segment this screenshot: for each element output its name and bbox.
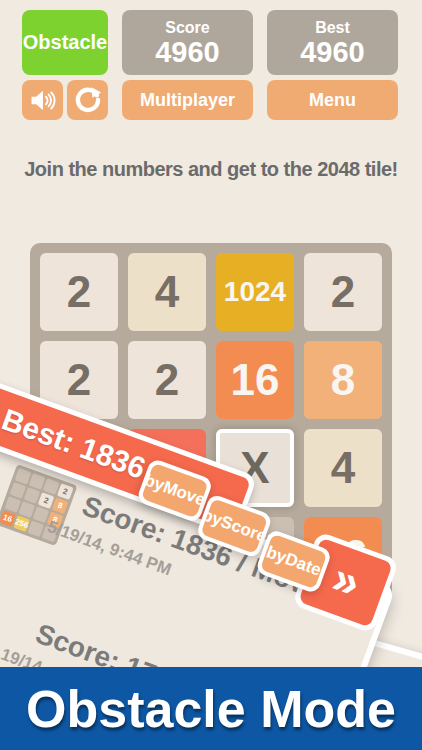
tile-4: 4 [128, 253, 206, 331]
restart-button[interactable] [67, 80, 108, 120]
tile-8: 8 [304, 341, 382, 419]
tile-4: 4 [304, 429, 382, 507]
best-box: Best 4960 [267, 10, 398, 75]
tile-1024: 1024 [216, 253, 294, 331]
board-cell-r0c3: 2 [304, 253, 382, 331]
tagline: Join the numbers and get to the 2048 til… [0, 158, 422, 181]
menu-button[interactable]: Menu [267, 80, 398, 120]
multiplayer-button[interactable]: Multiplayer [122, 80, 253, 120]
score-label: Score [165, 19, 209, 37]
caption-banner: Obstacle Mode [0, 667, 422, 750]
board-cell-r0c0: 2 [40, 253, 118, 331]
tile-16: 16 [216, 341, 294, 419]
refresh-icon [74, 86, 102, 114]
sound-button[interactable] [22, 80, 63, 120]
best-value: 4960 [300, 37, 365, 67]
board-cell-r1c3: 8 [304, 341, 382, 419]
app-screen: Obstacle Score 4960 Best 4960 Multiplaye… [0, 0, 422, 750]
tile-2: 2 [40, 253, 118, 331]
score-box: Score 4960 [122, 10, 253, 75]
board-cell-r2c3: 4 [304, 429, 382, 507]
board-cell-r1c2: 16 [216, 341, 294, 419]
obstacle-mode-button[interactable]: Obstacle [22, 10, 108, 75]
board-cell-r1c1: 2 [128, 341, 206, 419]
board-cell-r0c1: 4 [128, 253, 206, 331]
speaker-icon [29, 87, 56, 114]
caption-title: Obstacle Mode [26, 679, 396, 739]
score-value: 4960 [155, 37, 220, 67]
tile-2: 2 [304, 253, 382, 331]
best-label: Best [315, 19, 350, 37]
board-cell-r0c2: 1024 [216, 253, 294, 331]
tile-2: 2 [128, 341, 206, 419]
